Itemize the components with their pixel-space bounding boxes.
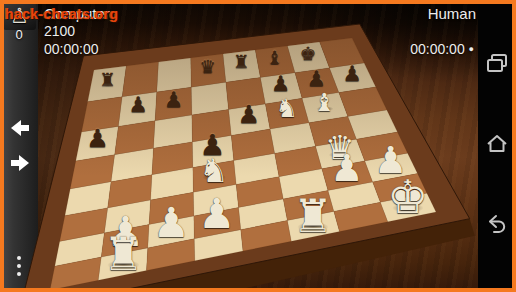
piece-white-N-f6[interactable]: ♞ <box>275 96 298 121</box>
piece-white-R-f1[interactable]: ♜ <box>292 194 333 240</box>
back-icon[interactable] <box>485 212 509 236</box>
piece-black-P-g7[interactable]: ♟ <box>307 68 326 90</box>
piece-white-N-d4[interactable]: ♞ <box>199 154 229 187</box>
piece-black-R-e8[interactable]: ♜ <box>233 53 249 71</box>
piece-black-B-f8[interactable]: ♝ <box>266 49 282 67</box>
piece-black-P-h7[interactable]: ♟ <box>342 63 361 85</box>
piece-white-B-g6[interactable]: ♝ <box>313 90 336 115</box>
app-screen: ♜♛♜♝♚♟♟♟♟♟♟♟♞♝♟♞♛♟♟♟♟♟♜♜♚ ♙ 0 Computer 2… <box>0 0 516 292</box>
piece-black-R-a8[interactable]: ♜ <box>99 71 115 89</box>
piece-white-P-d2[interactable]: ♟ <box>198 194 235 235</box>
piece-white-K-h1[interactable]: ♚ <box>387 176 428 222</box>
piece-white-P-g3[interactable]: ♟ <box>330 150 363 187</box>
piece-black-P-c7[interactable]: ♟ <box>164 89 183 111</box>
piece-black-P-b7[interactable]: ♟ <box>128 94 147 116</box>
piece-black-P-a6[interactable]: ♟ <box>86 126 109 151</box>
piece-white-R-b1[interactable]: ♜ <box>103 232 144 278</box>
chess-board[interactable] <box>0 0 516 292</box>
piece-black-P-e6[interactable]: ♟ <box>238 102 261 127</box>
recents-icon[interactable] <box>485 52 509 76</box>
piece-black-K-g8[interactable]: ♚ <box>300 45 316 63</box>
home-icon[interactable] <box>485 132 509 156</box>
piece-white-P-c2[interactable]: ♟ <box>153 203 190 244</box>
watermark-text: hack-cheats.org <box>5 6 118 22</box>
piece-black-Q-d8[interactable]: ♛ <box>200 58 216 76</box>
piece-black-P-f7[interactable]: ♟ <box>271 73 290 95</box>
android-nav-bar <box>478 0 516 292</box>
